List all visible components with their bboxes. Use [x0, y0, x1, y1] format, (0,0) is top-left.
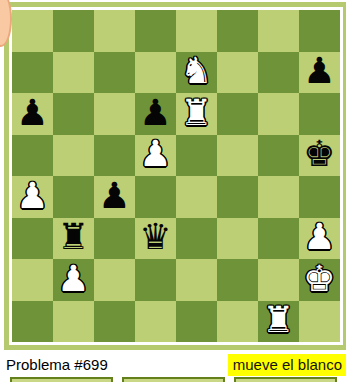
- square-a1[interactable]: [12, 301, 53, 343]
- piece-black-pawn[interactable]: ♟: [139, 95, 171, 131]
- square-h8[interactable]: [299, 10, 340, 52]
- square-c6[interactable]: [94, 93, 135, 135]
- square-c4[interactable]: ♟: [94, 176, 135, 218]
- square-f8[interactable]: [217, 10, 258, 52]
- square-a2[interactable]: [12, 259, 53, 301]
- piece-white-pawn[interactable]: ♟: [57, 261, 89, 297]
- piece-black-king[interactable]: ♚: [303, 136, 335, 172]
- square-g4[interactable]: [258, 176, 299, 218]
- piece-black-rook[interactable]: ♜: [57, 219, 89, 255]
- square-d5[interactable]: ♟: [135, 135, 176, 177]
- square-a8[interactable]: [12, 10, 53, 52]
- square-g3[interactable]: [258, 218, 299, 260]
- square-f5[interactable]: [217, 135, 258, 177]
- partial-button-1[interactable]: [10, 377, 113, 382]
- square-d1[interactable]: [135, 301, 176, 343]
- square-g1[interactable]: ♜: [258, 301, 299, 343]
- square-c5[interactable]: [94, 135, 135, 177]
- square-h2[interactable]: ♚: [299, 259, 340, 301]
- piece-black-queen[interactable]: ♛: [139, 219, 171, 255]
- square-b4[interactable]: [53, 176, 94, 218]
- square-a3[interactable]: [12, 218, 53, 260]
- piece-white-pawn[interactable]: ♟: [16, 178, 48, 214]
- square-c8[interactable]: [94, 10, 135, 52]
- piece-white-knight[interactable]: ♞: [180, 53, 212, 89]
- square-g5[interactable]: [258, 135, 299, 177]
- square-e3[interactable]: [176, 218, 217, 260]
- square-g6[interactable]: [258, 93, 299, 135]
- square-h4[interactable]: [299, 176, 340, 218]
- square-e5[interactable]: [176, 135, 217, 177]
- square-b2[interactable]: ♟: [53, 259, 94, 301]
- square-h7[interactable]: ♟: [299, 52, 340, 94]
- piece-white-king[interactable]: ♚: [303, 261, 335, 297]
- square-a4[interactable]: ♟: [12, 176, 53, 218]
- square-c2[interactable]: [94, 259, 135, 301]
- square-f2[interactable]: [217, 259, 258, 301]
- piece-black-pawn[interactable]: ♟: [303, 53, 335, 89]
- piece-white-rook[interactable]: ♜: [180, 95, 212, 131]
- square-f1[interactable]: [217, 301, 258, 343]
- square-b7[interactable]: [53, 52, 94, 94]
- square-d3[interactable]: ♛: [135, 218, 176, 260]
- piece-black-pawn[interactable]: ♟: [16, 95, 48, 131]
- square-h6[interactable]: [299, 93, 340, 135]
- square-c1[interactable]: [94, 301, 135, 343]
- square-h3[interactable]: ♟: [299, 218, 340, 260]
- square-b6[interactable]: [53, 93, 94, 135]
- square-h1[interactable]: [299, 301, 340, 343]
- square-e4[interactable]: [176, 176, 217, 218]
- square-c3[interactable]: [94, 218, 135, 260]
- square-b5[interactable]: [53, 135, 94, 177]
- chess-board-inner-border: ♞♟♟♟♜♟♚♟♟♜♛♟♟♚♜: [9, 7, 343, 345]
- square-f7[interactable]: [217, 52, 258, 94]
- piece-white-rook[interactable]: ♜: [262, 302, 294, 338]
- square-c7[interactable]: [94, 52, 135, 94]
- square-d8[interactable]: [135, 10, 176, 52]
- piece-white-pawn[interactable]: ♟: [139, 136, 171, 172]
- square-f4[interactable]: [217, 176, 258, 218]
- side-to-move-badge: mueve el blanco: [228, 354, 346, 376]
- square-e2[interactable]: [176, 259, 217, 301]
- piece-white-pawn[interactable]: ♟: [303, 219, 335, 255]
- square-e6[interactable]: ♜: [176, 93, 217, 135]
- problem-number-label: Problema #699: [6, 356, 108, 373]
- square-e7[interactable]: ♞: [176, 52, 217, 94]
- partial-button-2[interactable]: [122, 377, 225, 382]
- partial-button-3[interactable]: [234, 377, 337, 382]
- square-a5[interactable]: [12, 135, 53, 177]
- piece-black-pawn[interactable]: ♟: [98, 178, 130, 214]
- square-g2[interactable]: [258, 259, 299, 301]
- square-b8[interactable]: [53, 10, 94, 52]
- square-g8[interactable]: [258, 10, 299, 52]
- square-f3[interactable]: [217, 218, 258, 260]
- square-f6[interactable]: [217, 93, 258, 135]
- square-d2[interactable]: [135, 259, 176, 301]
- chess-board[interactable]: ♞♟♟♟♜♟♚♟♟♜♛♟♟♚♜: [12, 10, 340, 342]
- square-h5[interactable]: ♚: [299, 135, 340, 177]
- square-b1[interactable]: [53, 301, 94, 343]
- square-b3[interactable]: ♜: [53, 218, 94, 260]
- square-e8[interactable]: [176, 10, 217, 52]
- square-e1[interactable]: [176, 301, 217, 343]
- square-d7[interactable]: [135, 52, 176, 94]
- square-g7[interactable]: [258, 52, 299, 94]
- square-a6[interactable]: ♟: [12, 93, 53, 135]
- square-d4[interactable]: [135, 176, 176, 218]
- square-d6[interactable]: ♟: [135, 93, 176, 135]
- square-a7[interactable]: [12, 52, 53, 94]
- chess-board-frame: ♞♟♟♟♜♟♚♟♟♜♛♟♟♚♜: [4, 2, 346, 350]
